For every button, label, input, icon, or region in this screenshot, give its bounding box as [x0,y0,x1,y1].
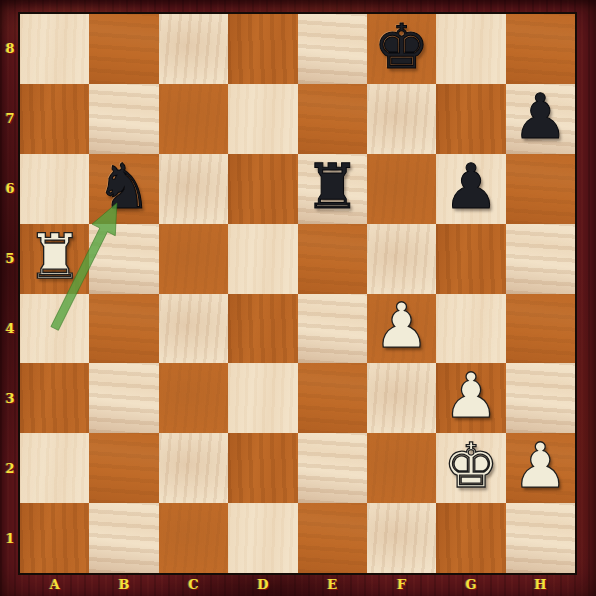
square-g8[interactable] [436,14,505,84]
square-g2[interactable]: ♚ [436,433,505,503]
square-c3[interactable] [159,363,228,433]
square-h7[interactable]: ♟ [506,84,575,154]
square-b3[interactable] [89,363,158,433]
square-d8[interactable] [228,14,297,84]
square-c2[interactable] [159,433,228,503]
rank-label-2: 2 [0,433,20,503]
square-e6[interactable]: ♜ [298,154,367,224]
square-c6[interactable] [159,154,228,224]
square-c8[interactable] [159,14,228,84]
square-h6[interactable] [506,154,575,224]
square-b8[interactable] [89,14,158,84]
file-label-g: G [436,573,505,596]
square-d4[interactable] [228,294,297,364]
file-label-c: C [159,573,228,596]
square-g7[interactable] [436,84,505,154]
square-a2[interactable] [20,433,89,503]
file-label-b: B [89,573,158,596]
square-b6[interactable]: ♞ [89,154,158,224]
square-e3[interactable] [298,363,367,433]
chess-app: ♚♟♞♜♟♜♟♟♚♟ 87654321 ABCDEFGH [0,0,596,596]
black-knight[interactable]: ♞ [96,156,152,218]
square-g1[interactable] [436,503,505,573]
square-h4[interactable] [506,294,575,364]
square-h2[interactable]: ♟ [506,433,575,503]
white-rook[interactable]: ♜ [27,226,83,288]
square-b4[interactable] [89,294,158,364]
square-g6[interactable]: ♟ [436,154,505,224]
black-pawn[interactable]: ♟ [443,156,499,218]
square-g4[interactable] [436,294,505,364]
square-a6[interactable] [20,154,89,224]
white-pawn[interactable]: ♟ [374,295,430,357]
square-a7[interactable] [20,84,89,154]
square-f1[interactable] [367,503,436,573]
black-king[interactable]: ♚ [374,16,430,78]
square-c4[interactable] [159,294,228,364]
square-d7[interactable] [228,84,297,154]
square-f6[interactable] [367,154,436,224]
square-f4[interactable]: ♟ [367,294,436,364]
square-b2[interactable] [89,433,158,503]
square-e2[interactable] [298,433,367,503]
file-label-d: D [228,573,297,596]
black-pawn[interactable]: ♟ [513,86,569,148]
chess-board: ♚♟♞♜♟♜♟♟♚♟ [20,14,575,573]
file-label-h: H [506,573,575,596]
square-c1[interactable] [159,503,228,573]
white-king[interactable]: ♚ [443,435,499,497]
rank-label-5: 5 [0,224,20,294]
square-f8[interactable]: ♚ [367,14,436,84]
square-a5[interactable]: ♜ [20,224,89,294]
square-b5[interactable] [89,224,158,294]
square-f3[interactable] [367,363,436,433]
square-b1[interactable] [89,503,158,573]
rank-label-3: 3 [0,363,20,433]
square-c7[interactable] [159,84,228,154]
square-h3[interactable] [506,363,575,433]
rank-label-8: 8 [0,14,20,84]
square-a8[interactable] [20,14,89,84]
square-e7[interactable] [298,84,367,154]
file-label-e: E [298,573,367,596]
square-e8[interactable] [298,14,367,84]
square-e4[interactable] [298,294,367,364]
square-d2[interactable] [228,433,297,503]
file-label-f: F [367,573,436,596]
black-rook[interactable]: ♜ [304,156,360,218]
square-e5[interactable] [298,224,367,294]
square-c5[interactable] [159,224,228,294]
square-a3[interactable] [20,363,89,433]
square-d6[interactable] [228,154,297,224]
rank-label-1: 1 [0,503,20,573]
file-labels: ABCDEFGH [20,573,575,596]
square-a1[interactable] [20,503,89,573]
square-h1[interactable] [506,503,575,573]
square-f7[interactable] [367,84,436,154]
square-d3[interactable] [228,363,297,433]
white-pawn[interactable]: ♟ [513,435,569,497]
square-h5[interactable] [506,224,575,294]
square-g5[interactable] [436,224,505,294]
square-g3[interactable]: ♟ [436,363,505,433]
square-f5[interactable] [367,224,436,294]
white-pawn[interactable]: ♟ [443,365,499,427]
square-d1[interactable] [228,503,297,573]
square-e1[interactable] [298,503,367,573]
square-a4[interactable] [20,294,89,364]
rank-labels: 87654321 [0,14,20,573]
square-d5[interactable] [228,224,297,294]
file-label-a: A [20,573,89,596]
square-b7[interactable] [89,84,158,154]
square-f2[interactable] [367,433,436,503]
rank-label-6: 6 [0,154,20,224]
rank-label-7: 7 [0,84,20,154]
rank-label-4: 4 [0,294,20,364]
square-h8[interactable] [506,14,575,84]
